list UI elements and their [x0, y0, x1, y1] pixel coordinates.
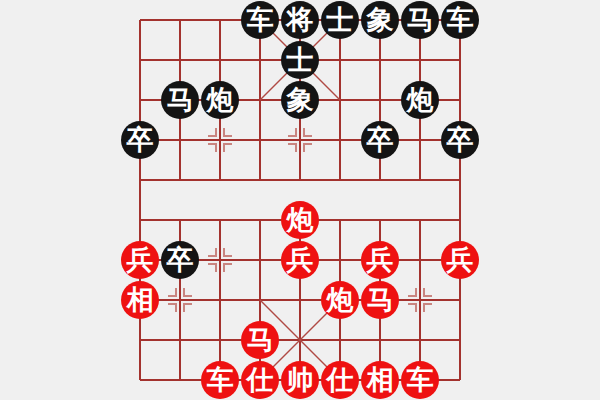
xiangqi-screenshot: 车将士象马车士马炮象炮卒卒卒炮兵卒兵兵兵相炮马马车仕帅仕相车: [0, 0, 600, 400]
piece-red-cannon[interactable]: 炮: [281, 201, 319, 239]
piece-black-pawn[interactable]: 卒: [161, 241, 199, 279]
piece-black-pawn[interactable]: 卒: [361, 121, 399, 159]
piece-red-cannon[interactable]: 炮: [321, 281, 359, 319]
piece-black-horse[interactable]: 马: [401, 1, 439, 39]
piece-red-horse[interactable]: 马: [241, 321, 279, 359]
piece-red-pawn[interactable]: 兵: [441, 241, 479, 279]
piece-red-elephant[interactable]: 相: [361, 361, 399, 399]
piece-red-chariot[interactable]: 车: [201, 361, 239, 399]
piece-red-horse[interactable]: 马: [361, 281, 399, 319]
piece-black-horse[interactable]: 马: [161, 81, 199, 119]
piece-black-elephant[interactable]: 象: [361, 1, 399, 39]
piece-red-chariot[interactable]: 车: [401, 361, 439, 399]
piece-black-general[interactable]: 将: [281, 1, 319, 39]
piece-black-cannon[interactable]: 炮: [201, 81, 239, 119]
piece-black-chariot[interactable]: 车: [441, 1, 479, 39]
piece-layer: 车将士象马车士马炮象炮卒卒卒炮兵卒兵兵兵相炮马马车仕帅仕相车: [120, 0, 480, 400]
piece-red-pawn[interactable]: 兵: [281, 241, 319, 279]
piece-black-pawn[interactable]: 卒: [441, 121, 479, 159]
piece-black-chariot[interactable]: 车: [241, 1, 279, 39]
piece-red-pawn[interactable]: 兵: [361, 241, 399, 279]
piece-black-advisor[interactable]: 士: [281, 41, 319, 79]
piece-red-pawn[interactable]: 兵: [121, 241, 159, 279]
piece-red-general[interactable]: 帅: [281, 361, 319, 399]
piece-black-elephant[interactable]: 象: [281, 81, 319, 119]
piece-red-advisor[interactable]: 仕: [241, 361, 279, 399]
piece-black-advisor[interactable]: 士: [321, 1, 359, 39]
piece-black-pawn[interactable]: 卒: [121, 121, 159, 159]
piece-red-elephant[interactable]: 相: [121, 281, 159, 319]
xiangqi-board: 车将士象马车士马炮象炮卒卒卒炮兵卒兵兵兵相炮马马车仕帅仕相车: [120, 0, 480, 400]
piece-black-cannon[interactable]: 炮: [401, 81, 439, 119]
piece-red-advisor[interactable]: 仕: [321, 361, 359, 399]
